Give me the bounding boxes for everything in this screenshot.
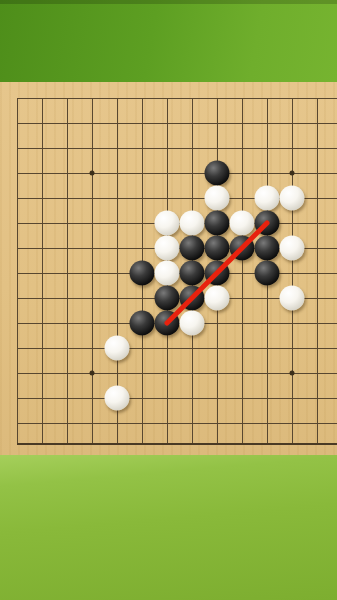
- app-screen: 新局 悔棋 设置 菜单 提示 返回: [0, 0, 337, 600]
- stone-white: [280, 286, 305, 311]
- grid-line: [17, 148, 337, 149]
- stone-white: [155, 211, 180, 236]
- stone-white: [255, 186, 280, 211]
- grid-line: [17, 423, 337, 424]
- gomoku-board[interactable]: [0, 82, 337, 455]
- star-point: [290, 371, 295, 376]
- grid-line: [17, 98, 18, 444]
- stone-white: [230, 211, 255, 236]
- grid-line: [92, 98, 93, 444]
- stone-white: [155, 261, 180, 286]
- stone-black: [180, 286, 205, 311]
- board-edge-line: [17, 443, 337, 445]
- bottom-panel: 新局 悔棋 设置 菜单 提示 返回: [0, 455, 337, 600]
- stone-white: [205, 286, 230, 311]
- stone-black: [180, 236, 205, 261]
- stone-black: [255, 211, 280, 236]
- stone-black: [255, 261, 280, 286]
- grid-line: [67, 98, 68, 444]
- stone-white: [280, 186, 305, 211]
- stone-white: [155, 236, 180, 261]
- stone-black: [205, 211, 230, 236]
- stone-white: [205, 186, 230, 211]
- stone-white: [105, 386, 130, 411]
- grid-line: [42, 98, 43, 444]
- stone-white: [280, 236, 305, 261]
- star-point: [90, 371, 95, 376]
- stone-black: [155, 286, 180, 311]
- stone-black: [230, 236, 255, 261]
- grid-line: [17, 398, 337, 399]
- grid-line: [17, 98, 337, 99]
- stone-black: [205, 161, 230, 186]
- grid-line: [17, 123, 337, 124]
- stone-black: [155, 311, 180, 336]
- stone-black: [205, 261, 230, 286]
- star-point: [90, 171, 95, 176]
- stone-white: [180, 211, 205, 236]
- grid-line: [242, 98, 243, 444]
- stone-black: [130, 311, 155, 336]
- grid-line: [17, 348, 337, 349]
- grid-line: [317, 98, 318, 444]
- stone-white: [180, 311, 205, 336]
- stone-black: [130, 261, 155, 286]
- stone-white: [105, 336, 130, 361]
- stone-black: [255, 236, 280, 261]
- stone-black: [205, 236, 230, 261]
- star-point: [290, 171, 295, 176]
- grid-line: [292, 98, 293, 444]
- stone-black: [180, 261, 205, 286]
- top-bar: [0, 0, 337, 82]
